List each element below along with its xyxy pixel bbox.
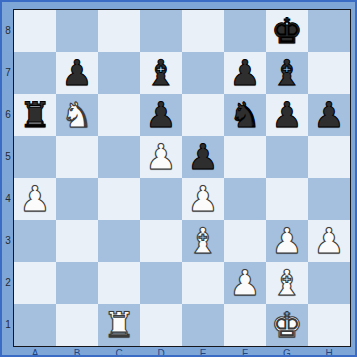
piece-black-rook[interactable]: ♜ <box>19 94 50 136</box>
chess-board[interactable]: ♚♟♝♟♝♜♞♟♞♟♟♟♟♟♟♝♟♟♟♝♜♚ <box>13 9 351 347</box>
file-label-a: A <box>14 347 56 357</box>
square-c6[interactable] <box>98 94 140 136</box>
square-c1[interactable]: ♜ <box>98 304 140 346</box>
square-a6[interactable]: ♜ <box>14 94 56 136</box>
square-b2[interactable] <box>56 262 98 304</box>
square-e5[interactable]: ♟ <box>182 136 224 178</box>
file-label-f: F <box>224 347 266 357</box>
file-label-d: D <box>140 347 182 357</box>
square-f7[interactable]: ♟ <box>224 52 266 94</box>
square-h1[interactable] <box>308 304 350 346</box>
piece-black-pawn[interactable]: ♟ <box>61 52 92 94</box>
square-a7[interactable] <box>14 52 56 94</box>
square-b6[interactable]: ♞ <box>56 94 98 136</box>
square-d2[interactable] <box>140 262 182 304</box>
square-b8[interactable] <box>56 10 98 52</box>
square-g3[interactable]: ♟ <box>266 220 308 262</box>
square-f4[interactable] <box>224 178 266 220</box>
square-c5[interactable] <box>98 136 140 178</box>
file-label-g: G <box>266 347 308 357</box>
square-g5[interactable] <box>266 136 308 178</box>
square-e1[interactable] <box>182 304 224 346</box>
square-a2[interactable] <box>14 262 56 304</box>
square-d4[interactable] <box>140 178 182 220</box>
square-b4[interactable] <box>56 178 98 220</box>
file-label-c: C <box>98 347 140 357</box>
piece-white-rook[interactable]: ♜ <box>103 304 134 346</box>
square-a1[interactable] <box>14 304 56 346</box>
square-b3[interactable] <box>56 220 98 262</box>
square-f1[interactable] <box>224 304 266 346</box>
piece-white-pawn[interactable]: ♟ <box>313 220 344 262</box>
square-f8[interactable] <box>224 10 266 52</box>
file-label-e: E <box>182 347 224 357</box>
square-h4[interactable] <box>308 178 350 220</box>
square-a5[interactable] <box>14 136 56 178</box>
square-h6[interactable]: ♟ <box>308 94 350 136</box>
piece-white-knight[interactable]: ♞ <box>61 94 92 136</box>
piece-white-pawn[interactable]: ♟ <box>229 262 260 304</box>
square-g2[interactable]: ♝ <box>266 262 308 304</box>
piece-white-pawn[interactable]: ♟ <box>271 220 302 262</box>
piece-black-bishop[interactable]: ♝ <box>145 52 176 94</box>
square-b1[interactable] <box>56 304 98 346</box>
square-a3[interactable] <box>14 220 56 262</box>
square-h5[interactable] <box>308 136 350 178</box>
square-f2[interactable]: ♟ <box>224 262 266 304</box>
piece-black-pawn[interactable]: ♟ <box>271 94 302 136</box>
square-g6[interactable]: ♟ <box>266 94 308 136</box>
square-d1[interactable] <box>140 304 182 346</box>
square-e6[interactable] <box>182 94 224 136</box>
square-f5[interactable] <box>224 136 266 178</box>
square-h8[interactable] <box>308 10 350 52</box>
piece-white-pawn[interactable]: ♟ <box>187 178 218 220</box>
piece-white-king[interactable]: ♚ <box>271 304 302 346</box>
piece-white-pawn[interactable]: ♟ <box>19 178 50 220</box>
chess-board-window: 87654321 ♚♟♝♟♝♜♞♟♞♟♟♟♟♟♟♝♟♟♟♝♜♚ ABCDEFGH <box>0 0 357 357</box>
square-h2[interactable] <box>308 262 350 304</box>
square-c7[interactable] <box>98 52 140 94</box>
piece-black-pawn[interactable]: ♟ <box>313 94 344 136</box>
square-f3[interactable] <box>224 220 266 262</box>
square-g8[interactable]: ♚ <box>266 10 308 52</box>
square-a8[interactable] <box>14 10 56 52</box>
piece-black-pawn[interactable]: ♟ <box>229 52 260 94</box>
piece-black-pawn[interactable]: ♟ <box>187 136 218 178</box>
square-c3[interactable] <box>98 220 140 262</box>
file-label-h: H <box>308 347 350 357</box>
square-e2[interactable] <box>182 262 224 304</box>
square-b5[interactable] <box>56 136 98 178</box>
square-e4[interactable]: ♟ <box>182 178 224 220</box>
piece-white-pawn[interactable]: ♟ <box>145 136 176 178</box>
square-e7[interactable] <box>182 52 224 94</box>
square-c2[interactable] <box>98 262 140 304</box>
square-g4[interactable] <box>266 178 308 220</box>
square-d8[interactable] <box>140 10 182 52</box>
square-a4[interactable]: ♟ <box>14 178 56 220</box>
square-h7[interactable] <box>308 52 350 94</box>
piece-black-knight[interactable]: ♞ <box>229 94 260 136</box>
square-e8[interactable] <box>182 10 224 52</box>
square-b7[interactable]: ♟ <box>56 52 98 94</box>
piece-white-bishop[interactable]: ♝ <box>271 262 302 304</box>
square-d7[interactable]: ♝ <box>140 52 182 94</box>
square-c8[interactable] <box>98 10 140 52</box>
square-g1[interactable]: ♚ <box>266 304 308 346</box>
piece-black-king[interactable]: ♚ <box>271 10 302 52</box>
square-c4[interactable] <box>98 178 140 220</box>
file-label-b: B <box>56 347 98 357</box>
square-d5[interactable]: ♟ <box>140 136 182 178</box>
square-d3[interactable] <box>140 220 182 262</box>
square-e3[interactable]: ♝ <box>182 220 224 262</box>
square-h3[interactable]: ♟ <box>308 220 350 262</box>
square-f6[interactable]: ♞ <box>224 94 266 136</box>
piece-black-pawn[interactable]: ♟ <box>145 94 176 136</box>
square-g7[interactable]: ♝ <box>266 52 308 94</box>
piece-black-bishop[interactable]: ♝ <box>271 52 302 94</box>
piece-white-bishop[interactable]: ♝ <box>187 220 218 262</box>
square-d6[interactable]: ♟ <box>140 94 182 136</box>
